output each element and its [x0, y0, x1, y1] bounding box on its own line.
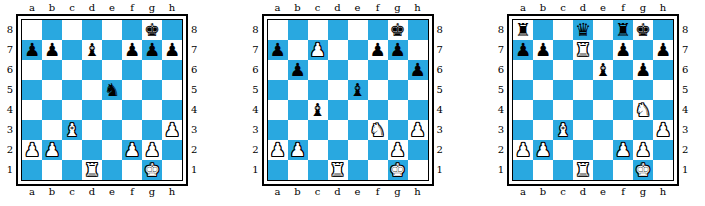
black-pawn-b7: ♟ [533, 40, 553, 60]
black-rook-f8: ♜ [613, 20, 633, 40]
square-f3: ♞ [368, 120, 388, 140]
rank-label-2: 2 [437, 140, 446, 160]
board-grid-2: ♚♟♟♟♟♟♟♝♝♞♟♟♟♟♜♚ [267, 19, 429, 181]
file-label-c: c [62, 2, 82, 14]
square-d8 [82, 20, 102, 40]
black-pawn-h7: ♟ [162, 40, 182, 60]
black-pawn-g7: ♟ [142, 40, 162, 60]
square-b7 [288, 40, 308, 60]
file-label-f: f [613, 2, 633, 14]
square-g1: ♚ [633, 160, 653, 180]
square-c3: ♝ [62, 120, 82, 140]
square-d1: ♜ [82, 160, 102, 180]
square-g5 [142, 80, 162, 100]
square-g2: ♟ [388, 140, 408, 160]
square-c3: ♝ [553, 120, 573, 140]
square-e6 [102, 60, 122, 80]
square-e1 [348, 160, 368, 180]
black-pawn-b6: ♟ [288, 60, 308, 80]
square-c1 [553, 160, 573, 180]
square-g3 [388, 120, 408, 140]
square-d7: ♜ [573, 40, 593, 60]
rank-label-3: 3 [495, 120, 504, 140]
square-b5 [42, 80, 62, 100]
square-e2 [102, 140, 122, 160]
square-g7 [633, 40, 653, 60]
white-king-g1: ♚ [633, 160, 653, 180]
white-rook-d1: ♜ [82, 160, 102, 180]
rank-label-6: 6 [495, 60, 504, 80]
rank-label-7: 7 [4, 40, 13, 60]
square-g5 [388, 80, 408, 100]
square-a1 [513, 160, 533, 180]
black-pawn-f7: ♟ [613, 40, 633, 60]
square-h8 [162, 20, 182, 40]
white-pawn-g2: ♟ [388, 140, 408, 160]
square-e6: ♝ [593, 60, 613, 80]
square-h1 [653, 160, 673, 180]
rank-label-4: 4 [682, 100, 691, 120]
white-rook-d7: ♜ [573, 40, 593, 60]
rank-label-7: 7 [191, 40, 200, 60]
square-f2 [368, 140, 388, 160]
square-d3 [82, 120, 102, 140]
square-b6: ♟ [288, 60, 308, 80]
chess-diagram-3: abcdefgh 87654321 ♜♛♜♚♟♟♜♟♟♝♟♞♝♟♟♟♟♟♜♚ 8… [495, 2, 691, 198]
square-f3 [122, 120, 142, 140]
black-king-g8: ♚ [633, 20, 653, 40]
square-f6 [613, 60, 633, 80]
board-grid-1: ♚♟♟♝♟♟♟♞♝♟♟♟♟♟♜♚ [21, 19, 183, 181]
file-label-d: d [82, 186, 102, 198]
square-a5 [268, 80, 288, 100]
black-pawn-a7: ♟ [268, 40, 288, 60]
square-c7: ♟ [308, 40, 328, 60]
square-c6 [62, 60, 82, 80]
rank-label-3: 3 [682, 120, 691, 140]
square-b4 [42, 100, 62, 120]
square-e1 [102, 160, 122, 180]
square-b3 [533, 120, 553, 140]
rank-label-4: 4 [4, 100, 13, 120]
square-b4 [288, 100, 308, 120]
square-b8 [42, 20, 62, 40]
rank-label-2: 2 [4, 140, 13, 160]
square-f6 [368, 60, 388, 80]
white-king-g1: ♚ [388, 160, 408, 180]
square-g2: ♟ [142, 140, 162, 160]
square-g6 [388, 60, 408, 80]
square-a2: ♟ [268, 140, 288, 160]
square-g8: ♚ [633, 20, 653, 40]
rank-label-4: 4 [437, 100, 446, 120]
square-e4 [593, 100, 613, 120]
square-a5 [22, 80, 42, 100]
black-king-g8: ♚ [388, 20, 408, 40]
rank-label-4: 4 [250, 100, 259, 120]
black-pawn-f7: ♟ [368, 40, 388, 60]
white-pawn-c7: ♟ [308, 40, 328, 60]
square-h6 [162, 60, 182, 80]
board-grid-3: ♜♛♜♚♟♟♜♟♟♝♟♞♝♟♟♟♟♟♜♚ [512, 19, 674, 181]
rank-label-8: 8 [250, 20, 259, 40]
file-label-e: e [593, 186, 613, 198]
rank-label-5: 5 [495, 80, 504, 100]
rank-label-8: 8 [495, 20, 504, 40]
file-labels-top: abcdefgh [4, 2, 200, 14]
square-f2: ♟ [122, 140, 142, 160]
square-d3 [328, 120, 348, 140]
file-label-d: d [328, 2, 348, 14]
white-bishop-c3: ♝ [62, 120, 82, 140]
square-g7: ♟ [142, 40, 162, 60]
white-pawn-g2: ♟ [633, 140, 653, 160]
black-bishop-c4: ♝ [308, 100, 328, 120]
square-h8 [408, 20, 428, 40]
rank-label-2: 2 [682, 140, 691, 160]
square-a1 [22, 160, 42, 180]
square-f8: ♜ [613, 20, 633, 40]
square-e3 [593, 120, 613, 140]
square-g8: ♚ [142, 20, 162, 40]
square-c4: ♝ [308, 100, 328, 120]
rank-label-2: 2 [250, 140, 259, 160]
file-label-b: b [288, 2, 308, 14]
square-a5 [513, 80, 533, 100]
square-c8 [308, 20, 328, 40]
square-e4 [102, 100, 122, 120]
square-f1 [368, 160, 388, 180]
file-label-f: f [613, 186, 633, 198]
square-a6 [268, 60, 288, 80]
square-e1 [593, 160, 613, 180]
file-label-a: a [22, 2, 42, 14]
square-h4 [408, 100, 428, 120]
file-label-a: a [513, 2, 533, 14]
file-label-b: b [42, 2, 62, 14]
rank-label-6: 6 [191, 60, 200, 80]
rank-label-1: 1 [437, 160, 446, 180]
square-f7: ♟ [368, 40, 388, 60]
square-h2 [653, 140, 673, 160]
square-b1 [533, 160, 553, 180]
white-pawn-h3: ♟ [408, 120, 428, 140]
square-d1: ♜ [328, 160, 348, 180]
board-frame: ♚♟♟♟♟♟♟♝♝♞♟♟♟♟♜♚ [262, 14, 434, 186]
file-label-f: f [122, 186, 142, 198]
black-pawn-f7: ♟ [122, 40, 142, 60]
square-c1 [62, 160, 82, 180]
square-c2 [62, 140, 82, 160]
rank-labels-left: 87654321 [4, 14, 16, 180]
file-label-b: b [533, 2, 553, 14]
white-pawn-b2: ♟ [42, 140, 62, 160]
square-g3 [633, 120, 653, 140]
square-g7: ♟ [388, 40, 408, 60]
square-h1 [162, 160, 182, 180]
black-knight-e5: ♞ [102, 80, 122, 100]
square-a7: ♟ [268, 40, 288, 60]
rank-label-1: 1 [495, 160, 504, 180]
file-label-g: g [142, 186, 162, 198]
rank-label-1: 1 [682, 160, 691, 180]
square-b8 [533, 20, 553, 40]
chess-diagram-1: abcdefgh 87654321 ♚♟♟♝♟♟♟♞♝♟♟♟♟♟♜♚ 87654… [4, 2, 200, 198]
square-f1 [613, 160, 633, 180]
file-label-a: a [513, 186, 533, 198]
square-b7: ♟ [42, 40, 62, 60]
file-label-h: h [653, 186, 673, 198]
square-f8 [122, 20, 142, 40]
square-d1: ♜ [573, 160, 593, 180]
rank-label-7: 7 [495, 40, 504, 60]
square-h7: ♟ [653, 40, 673, 60]
square-a8 [22, 20, 42, 40]
square-d8: ♛ [573, 20, 593, 40]
rank-label-1: 1 [4, 160, 13, 180]
file-label-g: g [388, 2, 408, 14]
file-label-g: g [142, 2, 162, 14]
square-h4 [653, 100, 673, 120]
square-f5 [613, 80, 633, 100]
board-frame: ♜♛♜♚♟♟♜♟♟♝♟♞♝♟♟♟♟♟♜♚ [507, 14, 679, 186]
square-h3: ♟ [653, 120, 673, 140]
white-pawn-a2: ♟ [513, 140, 533, 160]
square-d6 [573, 60, 593, 80]
file-label-e: e [348, 2, 368, 14]
square-f6 [122, 60, 142, 80]
file-labels-bottom: abcdefgh [4, 186, 200, 198]
square-c7 [62, 40, 82, 60]
square-a3 [513, 120, 533, 140]
square-c5 [553, 80, 573, 100]
square-h1 [408, 160, 428, 180]
white-king-g1: ♚ [142, 160, 162, 180]
square-b3 [42, 120, 62, 140]
square-b4 [533, 100, 553, 120]
square-g5 [633, 80, 653, 100]
square-c7 [553, 40, 573, 60]
square-f5 [368, 80, 388, 100]
square-a4 [22, 100, 42, 120]
square-f2: ♟ [613, 140, 633, 160]
rank-label-5: 5 [437, 80, 446, 100]
square-h7: ♟ [162, 40, 182, 60]
square-d5 [328, 80, 348, 100]
rank-label-7: 7 [682, 40, 691, 60]
rank-label-6: 6 [4, 60, 13, 80]
square-b6 [533, 60, 553, 80]
white-pawn-f2: ♟ [613, 140, 633, 160]
square-e2 [593, 140, 613, 160]
square-f3 [613, 120, 633, 140]
black-bishop-d7: ♝ [82, 40, 102, 60]
rank-label-5: 5 [4, 80, 13, 100]
square-b2: ♟ [533, 140, 553, 160]
square-c1 [308, 160, 328, 180]
square-d7 [328, 40, 348, 60]
square-g6: ♟ [633, 60, 653, 80]
file-label-g: g [388, 186, 408, 198]
square-f4 [122, 100, 142, 120]
square-a7: ♟ [22, 40, 42, 60]
rank-label-2: 2 [495, 140, 504, 160]
square-g6 [142, 60, 162, 80]
file-label-e: e [348, 186, 368, 198]
white-pawn-g2: ♟ [142, 140, 162, 160]
file-label-f: f [368, 2, 388, 14]
square-a2: ♟ [22, 140, 42, 160]
file-label-d: d [573, 2, 593, 14]
square-h2 [162, 140, 182, 160]
square-g3 [142, 120, 162, 140]
square-h2 [408, 140, 428, 160]
white-pawn-b2: ♟ [288, 140, 308, 160]
rank-label-6: 6 [437, 60, 446, 80]
square-c5 [62, 80, 82, 100]
black-bishop-e6: ♝ [593, 60, 613, 80]
rank-labels-left: 87654321 [495, 14, 507, 180]
square-h8 [653, 20, 673, 40]
black-pawn-h6: ♟ [408, 60, 428, 80]
file-label-e: e [102, 186, 122, 198]
black-rook-a8: ♜ [513, 20, 533, 40]
square-d6 [82, 60, 102, 80]
square-c5 [308, 80, 328, 100]
rank-label-8: 8 [191, 20, 200, 40]
square-g2: ♟ [633, 140, 653, 160]
square-b6 [42, 60, 62, 80]
square-e5: ♞ [102, 80, 122, 100]
white-pawn-h3: ♟ [162, 120, 182, 140]
white-knight-f3: ♞ [368, 120, 388, 140]
file-label-d: d [328, 186, 348, 198]
board-frame: ♚♟♟♝♟♟♟♞♝♟♟♟♟♟♜♚ [16, 14, 188, 186]
rank-label-7: 7 [437, 40, 446, 60]
square-f5 [122, 80, 142, 100]
square-f4 [368, 100, 388, 120]
black-pawn-a7: ♟ [22, 40, 42, 60]
square-e7 [593, 40, 613, 60]
rank-label-6: 6 [682, 60, 691, 80]
square-e8 [348, 20, 368, 40]
white-pawn-a2: ♟ [268, 140, 288, 160]
square-g1: ♚ [142, 160, 162, 180]
rank-labels-right: 87654321 [679, 14, 691, 180]
file-label-b: b [42, 186, 62, 198]
square-d7: ♝ [82, 40, 102, 60]
rank-label-1: 1 [191, 160, 200, 180]
square-c3 [308, 120, 328, 140]
white-rook-d1: ♜ [328, 160, 348, 180]
rank-label-4: 4 [495, 100, 504, 120]
white-knight-g4: ♞ [633, 100, 653, 120]
white-pawn-b2: ♟ [533, 140, 553, 160]
square-f1 [122, 160, 142, 180]
square-b3 [288, 120, 308, 140]
file-label-g: g [633, 186, 653, 198]
square-c2 [308, 140, 328, 160]
square-e3 [348, 120, 368, 140]
square-b5 [288, 80, 308, 100]
square-f4 [613, 100, 633, 120]
file-labels-bottom: abcdefgh [495, 186, 691, 198]
square-g8: ♚ [388, 20, 408, 40]
square-d3 [573, 120, 593, 140]
file-label-a: a [268, 2, 288, 14]
square-g4 [388, 100, 408, 120]
square-c6 [553, 60, 573, 80]
square-a8: ♜ [513, 20, 533, 40]
square-e5: ♝ [348, 80, 368, 100]
square-h7 [408, 40, 428, 60]
square-c4 [553, 100, 573, 120]
rank-label-5: 5 [191, 80, 200, 100]
square-d5 [573, 80, 593, 100]
square-b7: ♟ [533, 40, 553, 60]
square-f8 [368, 20, 388, 40]
file-label-e: e [102, 2, 122, 14]
square-c4 [62, 100, 82, 120]
file-labels-top: abcdefgh [495, 2, 691, 14]
rank-label-7: 7 [250, 40, 259, 60]
file-label-c: c [553, 186, 573, 198]
black-bishop-e5: ♝ [348, 80, 368, 100]
black-pawn-g7: ♟ [388, 40, 408, 60]
square-g1: ♚ [388, 160, 408, 180]
square-a6 [513, 60, 533, 80]
rank-label-3: 3 [191, 120, 200, 140]
rank-label-1: 1 [250, 160, 259, 180]
file-label-c: c [308, 2, 328, 14]
black-pawn-h7: ♟ [653, 40, 673, 60]
rank-label-3: 3 [4, 120, 13, 140]
rank-labels-right: 87654321 [434, 14, 446, 180]
chess-diagram-2: abcdefgh 87654321 ♚♟♟♟♟♟♟♝♝♞♟♟♟♟♜♚ 87654… [250, 2, 446, 198]
rank-label-8: 8 [682, 20, 691, 40]
file-label-d: d [573, 186, 593, 198]
file-label-h: h [408, 2, 428, 14]
square-b2: ♟ [288, 140, 308, 160]
square-b5 [533, 80, 553, 100]
rank-label-5: 5 [682, 80, 691, 100]
square-c8 [62, 20, 82, 40]
rank-labels-right: 87654321 [188, 14, 200, 180]
square-a4 [268, 100, 288, 120]
file-label-b: b [288, 186, 308, 198]
file-label-b: b [533, 186, 553, 198]
square-d5 [82, 80, 102, 100]
square-h5 [162, 80, 182, 100]
white-bishop-c3: ♝ [553, 120, 573, 140]
rank-label-6: 6 [250, 60, 259, 80]
square-e7 [348, 40, 368, 60]
square-a3 [22, 120, 42, 140]
square-d6 [328, 60, 348, 80]
square-g4: ♞ [633, 100, 653, 120]
black-king-g8: ♚ [142, 20, 162, 40]
file-label-f: f [122, 2, 142, 14]
file-label-c: c [308, 186, 328, 198]
file-label-h: h [408, 186, 428, 198]
square-h5 [653, 80, 673, 100]
square-d2 [573, 140, 593, 160]
square-a8 [268, 20, 288, 40]
rank-label-4: 4 [191, 100, 200, 120]
square-b2: ♟ [42, 140, 62, 160]
square-e3 [102, 120, 122, 140]
file-label-g: g [633, 2, 653, 14]
